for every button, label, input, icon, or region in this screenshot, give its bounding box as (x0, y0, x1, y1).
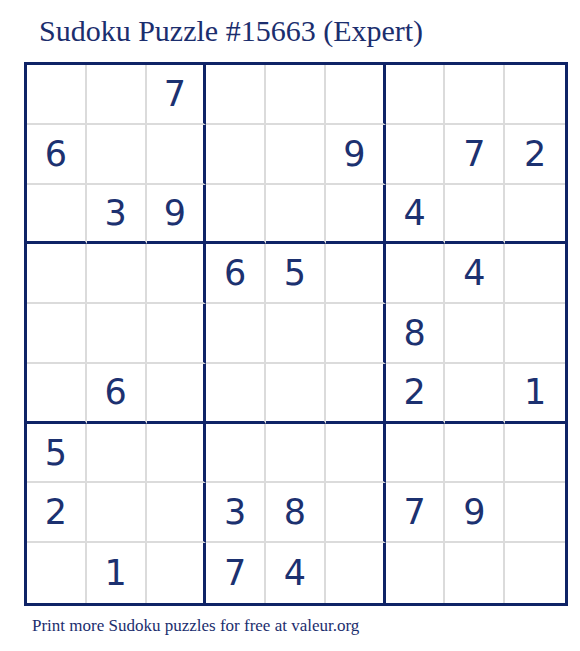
cell-r4c5: 5 (266, 244, 326, 304)
cell-r3c4 (206, 185, 266, 245)
footer-text: Print more Sudoku puzzles for free at va… (32, 616, 359, 636)
cell-r8c6 (326, 483, 386, 543)
cell-r5c5 (266, 304, 326, 364)
cell-r5c4 (206, 304, 266, 364)
cell-r4c4: 6 (206, 244, 266, 304)
cell-r5c3 (147, 304, 207, 364)
cell-r9c7 (386, 543, 446, 603)
cell-r7c8 (445, 424, 505, 484)
cell-r9c3 (147, 543, 207, 603)
cell-r4c1 (27, 244, 87, 304)
cell-r4c2 (87, 244, 147, 304)
cell-r1c6 (326, 65, 386, 125)
cell-r7c3 (147, 424, 207, 484)
cell-r1c1 (27, 65, 87, 125)
cell-r4c6 (326, 244, 386, 304)
cell-r5c2 (87, 304, 147, 364)
cell-r8c7: 7 (386, 483, 446, 543)
cell-r5c6 (326, 304, 386, 364)
cell-r7c4 (206, 424, 266, 484)
cell-r1c3: 7 (147, 65, 207, 125)
cell-r9c9 (505, 543, 565, 603)
cell-r8c4: 3 (206, 483, 266, 543)
cell-r3c9 (505, 185, 565, 245)
cell-r7c2 (87, 424, 147, 484)
cell-r3c1 (27, 185, 87, 245)
cell-r9c5: 4 (266, 543, 326, 603)
cell-r5c7: 8 (386, 304, 446, 364)
cell-r8c1: 2 (27, 483, 87, 543)
cell-r8c9 (505, 483, 565, 543)
cell-r5c1 (27, 304, 87, 364)
cell-r3c7: 4 (386, 185, 446, 245)
cell-r6c4 (206, 364, 266, 424)
cell-r6c2: 6 (87, 364, 147, 424)
cell-r6c1 (27, 364, 87, 424)
cell-r2c8: 7 (445, 125, 505, 185)
cell-r2c6: 9 (326, 125, 386, 185)
cell-r1c9 (505, 65, 565, 125)
cell-r5c8 (445, 304, 505, 364)
cell-r8c8: 9 (445, 483, 505, 543)
cell-r1c4 (206, 65, 266, 125)
cell-r8c3 (147, 483, 207, 543)
cell-r6c5 (266, 364, 326, 424)
sudoku-page: Sudoku Puzzle #15663 (Expert) 7697239465… (0, 0, 580, 651)
cell-r2c7 (386, 125, 446, 185)
cell-r4c9 (505, 244, 565, 304)
cell-r9c2: 1 (87, 543, 147, 603)
cell-r7c6 (326, 424, 386, 484)
cell-r6c6 (326, 364, 386, 424)
cell-r3c8 (445, 185, 505, 245)
cell-r8c5: 8 (266, 483, 326, 543)
cell-r4c8: 4 (445, 244, 505, 304)
sudoku-board: 769723946548621523879174 (24, 62, 568, 606)
cell-r2c9: 2 (505, 125, 565, 185)
cell-r4c3 (147, 244, 207, 304)
cell-r2c3 (147, 125, 207, 185)
cell-r2c1: 6 (27, 125, 87, 185)
cell-r2c2 (87, 125, 147, 185)
cell-r8c2 (87, 483, 147, 543)
cell-r7c9 (505, 424, 565, 484)
cell-r7c1: 5 (27, 424, 87, 484)
cell-r6c8 (445, 364, 505, 424)
page-title: Sudoku Puzzle #15663 (Expert) (39, 13, 423, 49)
cell-r1c8 (445, 65, 505, 125)
cell-r3c5 (266, 185, 326, 245)
cell-r6c7: 2 (386, 364, 446, 424)
cell-r9c4: 7 (206, 543, 266, 603)
cell-r2c4 (206, 125, 266, 185)
cell-r3c6 (326, 185, 386, 245)
cell-r1c5 (266, 65, 326, 125)
cell-r4c7 (386, 244, 446, 304)
cell-r7c7 (386, 424, 446, 484)
cell-r5c9 (505, 304, 565, 364)
cell-r9c1 (27, 543, 87, 603)
cell-r3c2: 3 (87, 185, 147, 245)
cell-r1c7 (386, 65, 446, 125)
cell-r6c3 (147, 364, 207, 424)
cell-r9c8 (445, 543, 505, 603)
cell-r2c5 (266, 125, 326, 185)
cell-r9c6 (326, 543, 386, 603)
cell-r6c9: 1 (505, 364, 565, 424)
cell-r1c2 (87, 65, 147, 125)
cell-r3c3: 9 (147, 185, 207, 245)
cell-r7c5 (266, 424, 326, 484)
